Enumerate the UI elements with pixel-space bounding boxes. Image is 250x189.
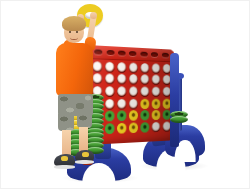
yellow-ring bbox=[140, 99, 149, 109]
cell-r1c5 bbox=[139, 62, 150, 74]
shoe-sole bbox=[54, 165, 75, 169]
cell-r5c6 bbox=[150, 109, 161, 121]
cell-r2c4 bbox=[128, 74, 139, 86]
cell-r5c4 bbox=[128, 110, 139, 122]
green-ring bbox=[140, 122, 149, 133]
eye bbox=[76, 31, 78, 33]
yellow-ring bbox=[151, 99, 160, 109]
child-right-leg bbox=[79, 127, 88, 152]
drop-slot-5 bbox=[140, 52, 147, 57]
cell-r6c5 bbox=[139, 121, 150, 133]
drop-slot-6 bbox=[151, 52, 158, 57]
yellow-ring bbox=[129, 123, 138, 134]
drop-slot-7 bbox=[162, 53, 169, 58]
shoe-lace bbox=[61, 156, 68, 161]
empty-hole bbox=[140, 75, 149, 85]
empty-hole bbox=[151, 122, 160, 133]
empty-hole bbox=[140, 63, 149, 74]
mouth bbox=[70, 35, 78, 40]
empty-hole bbox=[151, 87, 160, 97]
cell-r2c5 bbox=[139, 74, 150, 86]
empty-hole bbox=[129, 99, 138, 110]
cell-r4c4 bbox=[128, 98, 139, 110]
empty-hole bbox=[129, 74, 138, 85]
empty-hole bbox=[129, 87, 138, 98]
cell-r3c5 bbox=[139, 86, 150, 98]
eye bbox=[69, 31, 71, 33]
cell-r3c4 bbox=[128, 86, 139, 98]
yellow-ring bbox=[151, 110, 160, 120]
empty-hole bbox=[151, 75, 160, 85]
drop-slot-4 bbox=[129, 51, 136, 56]
cell-r3c6 bbox=[150, 86, 161, 98]
child-hair bbox=[62, 16, 86, 31]
green-ring bbox=[140, 110, 149, 121]
child-left-leg bbox=[62, 130, 71, 157]
camo-shorts bbox=[77, 113, 92, 128]
shoe-sole bbox=[75, 160, 94, 164]
empty-hole bbox=[129, 62, 138, 73]
cell-r5c5 bbox=[139, 110, 150, 122]
right-stand-rings bbox=[170, 113, 188, 123]
camo-shorts bbox=[58, 114, 74, 131]
cell-r4c6 bbox=[150, 98, 161, 110]
cell-r4c5 bbox=[139, 98, 150, 110]
empty-hole bbox=[151, 63, 160, 73]
child-figure bbox=[45, 1, 125, 186]
child-right-hand bbox=[90, 12, 97, 19]
green-spare-ring bbox=[170, 116, 188, 123]
sneaker bbox=[75, 150, 94, 162]
cell-r6c4 bbox=[128, 122, 139, 134]
shoe-lace bbox=[82, 152, 89, 157]
empty-hole bbox=[140, 87, 149, 97]
cell-r1c4 bbox=[128, 62, 139, 74]
yellow-ring bbox=[129, 111, 138, 122]
cell-r6c6 bbox=[150, 121, 161, 133]
orange-shirt bbox=[56, 43, 93, 96]
sneaker bbox=[54, 154, 75, 167]
right-post bbox=[170, 53, 179, 147]
cell-r2c6 bbox=[150, 74, 161, 86]
cell-r1c6 bbox=[150, 62, 161, 74]
product-photo-scene bbox=[0, 0, 250, 189]
